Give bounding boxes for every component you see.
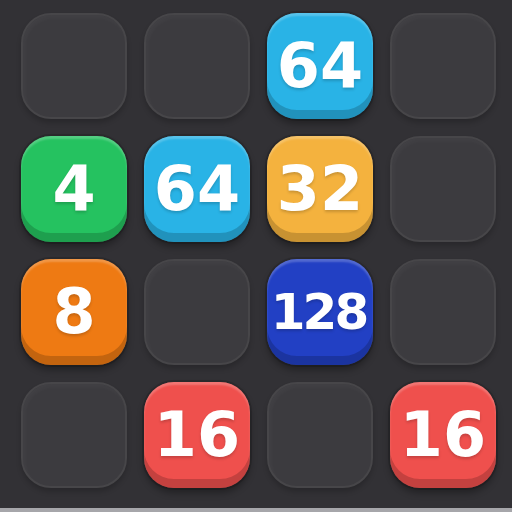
empty-cell — [21, 382, 127, 488]
empty-cell — [267, 382, 373, 488]
tile-64[interactable]: 64 — [144, 136, 250, 242]
tile-8[interactable]: 8 — [21, 259, 127, 365]
tile-32[interactable]: 32 — [267, 136, 373, 242]
tile-128[interactable]: 128 — [267, 259, 373, 365]
bottom-edge-bar — [0, 508, 512, 512]
tile-64[interactable]: 64 — [267, 13, 373, 119]
tile-4[interactable]: 4 — [21, 136, 127, 242]
tile-16[interactable]: 16 — [144, 382, 250, 488]
game-board[interactable]: 644643281281616 — [0, 0, 512, 512]
empty-cell — [390, 136, 496, 242]
empty-cell — [144, 259, 250, 365]
empty-cell — [390, 13, 496, 119]
empty-cell — [390, 259, 496, 365]
empty-cell — [21, 13, 127, 119]
empty-cell — [144, 13, 250, 119]
tile-16[interactable]: 16 — [390, 382, 496, 488]
